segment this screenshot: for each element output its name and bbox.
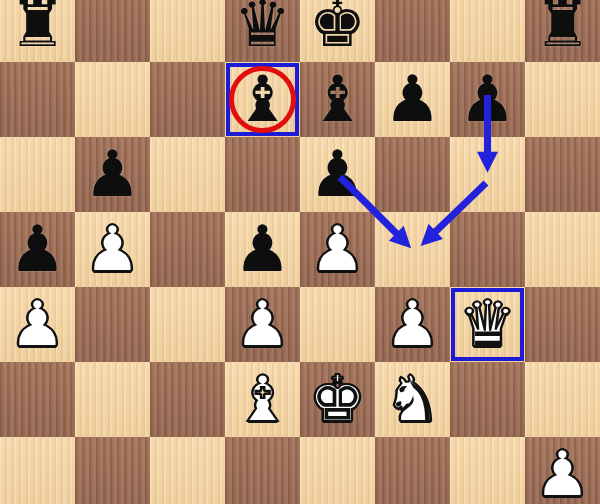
white-queen-g4[interactable]: ♛: [459, 287, 516, 362]
square-c8[interactable]: [150, 0, 225, 62]
white-pawn-d4[interactable]: ♟: [234, 287, 291, 362]
square-c5[interactable]: [150, 212, 225, 287]
square-b7[interactable]: [75, 62, 150, 137]
square-g2[interactable]: [450, 437, 525, 504]
square-b8[interactable]: [75, 0, 150, 62]
square-c7[interactable]: [150, 62, 225, 137]
black-pawn-b6[interactable]: ♟: [84, 137, 141, 212]
black-pawn-d5[interactable]: ♟: [234, 212, 291, 287]
white-pawn-b5[interactable]: ♟: [84, 212, 141, 287]
white-bishop-d3[interactable]: ♝: [234, 362, 291, 437]
square-g6[interactable]: [450, 137, 525, 212]
square-e8[interactable]: ♚: [300, 0, 375, 62]
square-e5[interactable]: ♟: [300, 212, 375, 287]
square-e7[interactable]: ♝: [300, 62, 375, 137]
square-a7[interactable]: [0, 62, 75, 137]
square-b2[interactable]: [75, 437, 150, 504]
black-pawn-e6[interactable]: ♟: [309, 137, 366, 212]
square-f8[interactable]: [375, 0, 450, 62]
square-a3[interactable]: [0, 362, 75, 437]
white-king-e3[interactable]: ♚: [309, 362, 366, 437]
black-queen-d8[interactable]: ♛: [234, 0, 291, 62]
square-c6[interactable]: [150, 137, 225, 212]
square-f5[interactable]: [375, 212, 450, 287]
chess-board: ♜♛♚♜♝♝♟♟♟♟♟♟♟♟♟♟♟♛♝♚♞♟: [0, 0, 600, 504]
black-rook-a8[interactable]: ♜: [9, 0, 66, 62]
black-rook-h8[interactable]: ♜: [534, 0, 591, 62]
white-pawn-e5[interactable]: ♟: [309, 212, 366, 287]
black-king-e8[interactable]: ♚: [309, 0, 366, 62]
square-e2[interactable]: [300, 437, 375, 504]
square-h8[interactable]: ♜: [525, 0, 600, 62]
square-h5[interactable]: [525, 212, 600, 287]
square-g4[interactable]: ♛: [450, 287, 525, 362]
square-c4[interactable]: [150, 287, 225, 362]
square-e3[interactable]: ♚: [300, 362, 375, 437]
square-h7[interactable]: [525, 62, 600, 137]
square-b4[interactable]: [75, 287, 150, 362]
square-d3[interactable]: ♝: [225, 362, 300, 437]
square-b6[interactable]: ♟: [75, 137, 150, 212]
square-f4[interactable]: ♟: [375, 287, 450, 362]
square-d6[interactable]: [225, 137, 300, 212]
square-g5[interactable]: [450, 212, 525, 287]
square-h2[interactable]: ♟: [525, 437, 600, 504]
square-f2[interactable]: [375, 437, 450, 504]
square-a2[interactable]: [0, 437, 75, 504]
black-pawn-f7[interactable]: ♟: [384, 62, 441, 137]
square-d7[interactable]: ♝: [225, 62, 300, 137]
square-b3[interactable]: [75, 362, 150, 437]
square-f3[interactable]: ♞: [375, 362, 450, 437]
square-c2[interactable]: [150, 437, 225, 504]
square-e4[interactable]: [300, 287, 375, 362]
white-pawn-f4[interactable]: ♟: [384, 287, 441, 362]
square-a8[interactable]: ♜: [0, 0, 75, 62]
square-d8[interactable]: ♛: [225, 0, 300, 62]
square-b5[interactable]: ♟: [75, 212, 150, 287]
square-h3[interactable]: [525, 362, 600, 437]
square-g8[interactable]: [450, 0, 525, 62]
square-h6[interactable]: [525, 137, 600, 212]
square-g3[interactable]: [450, 362, 525, 437]
white-knight-f3[interactable]: ♞: [384, 362, 441, 437]
white-pawn-a4[interactable]: ♟: [9, 287, 66, 362]
square-g7[interactable]: ♟: [450, 62, 525, 137]
square-d4[interactable]: ♟: [225, 287, 300, 362]
black-bishop-e7[interactable]: ♝: [309, 62, 366, 137]
black-pawn-g7[interactable]: ♟: [459, 62, 516, 137]
chess-board-screenshot: ♜♛♚♜♝♝♟♟♟♟♟♟♟♟♟♟♟♛♝♚♞♟: [0, 0, 600, 504]
square-a5[interactable]: ♟: [0, 212, 75, 287]
black-bishop-d7[interactable]: ♝: [234, 62, 291, 137]
square-f6[interactable]: [375, 137, 450, 212]
square-a6[interactable]: [0, 137, 75, 212]
square-h4[interactable]: [525, 287, 600, 362]
square-c3[interactable]: [150, 362, 225, 437]
square-a4[interactable]: ♟: [0, 287, 75, 362]
square-f7[interactable]: ♟: [375, 62, 450, 137]
black-pawn-a5[interactable]: ♟: [9, 212, 66, 287]
square-d5[interactable]: ♟: [225, 212, 300, 287]
square-e6[interactable]: ♟: [300, 137, 375, 212]
square-d2[interactable]: [225, 437, 300, 504]
white-pawn-h2[interactable]: ♟: [534, 437, 591, 504]
